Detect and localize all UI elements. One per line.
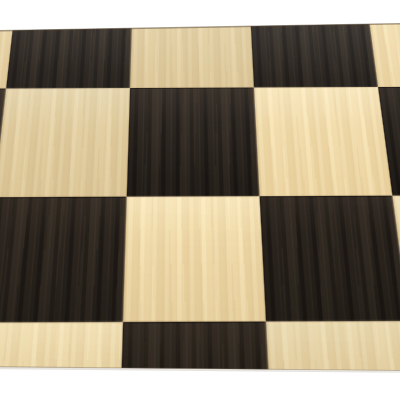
board-square xyxy=(119,322,274,400)
product-photo-canvas xyxy=(0,0,400,400)
chess-board xyxy=(0,0,400,400)
board-square xyxy=(6,0,133,88)
board-square xyxy=(130,0,254,88)
board-square xyxy=(260,196,400,322)
board-square xyxy=(0,322,123,400)
board-square xyxy=(123,196,266,322)
board-photo-crop xyxy=(0,0,400,400)
board-square xyxy=(266,321,400,400)
board-square xyxy=(0,197,127,323)
board-square xyxy=(127,88,260,197)
board-square xyxy=(0,88,130,197)
board-square xyxy=(249,0,378,88)
board-square xyxy=(254,87,392,196)
